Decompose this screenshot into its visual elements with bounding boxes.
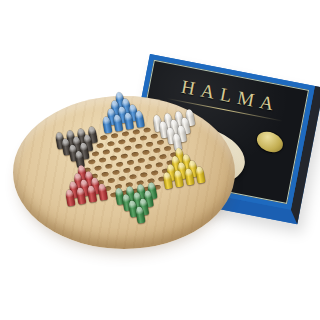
hole — [129, 174, 137, 180]
hole — [135, 143, 143, 149]
product-photo-scene: HALMA — [0, 0, 320, 320]
hole — [105, 163, 113, 169]
hole — [87, 159, 95, 165]
hole — [127, 160, 135, 166]
hole — [112, 170, 120, 176]
hole — [113, 147, 121, 153]
hole — [163, 146, 171, 152]
hole — [137, 158, 145, 164]
hole — [92, 151, 100, 157]
hole — [151, 170, 159, 176]
hole — [131, 152, 139, 158]
hole — [146, 141, 154, 147]
hole — [150, 133, 158, 139]
hole — [143, 127, 151, 133]
hole — [128, 137, 136, 143]
peg-green — [135, 215, 147, 224]
hole — [140, 172, 148, 178]
hole — [155, 162, 163, 168]
hole — [101, 172, 109, 178]
gold-seal-icon — [254, 128, 286, 156]
hole — [157, 140, 165, 146]
hole — [116, 162, 124, 168]
hole — [122, 131, 130, 137]
hole — [109, 155, 117, 161]
hole — [118, 176, 126, 182]
hole — [117, 139, 125, 145]
hole — [133, 166, 141, 172]
hole — [132, 129, 140, 135]
hole — [108, 178, 116, 184]
hole — [148, 156, 156, 162]
hole — [107, 141, 115, 147]
hole — [111, 133, 119, 139]
hole — [142, 150, 150, 156]
hole — [152, 148, 160, 154]
hole — [124, 145, 132, 151]
hole — [102, 149, 110, 155]
hole — [120, 153, 128, 159]
star-grid — [49, 89, 211, 235]
hole — [94, 165, 102, 171]
hole — [100, 135, 108, 141]
chinese-checkers-board — [13, 96, 235, 249]
hole — [139, 135, 147, 141]
hole — [159, 154, 167, 160]
hole — [98, 157, 106, 163]
hole — [122, 168, 130, 174]
hole — [96, 143, 104, 149]
hole — [144, 164, 152, 170]
